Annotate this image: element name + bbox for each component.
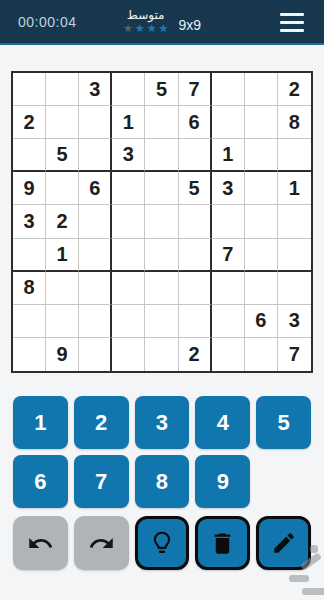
cell-r2c9[interactable]: 8 (278, 106, 311, 139)
sudoku-app: 00:00:04 متوسط ★★★★ 9x9 3572216853196531… (0, 0, 324, 600)
undo-arrow-icon (27, 530, 54, 557)
digit-7-button[interactable]: 7 (74, 455, 129, 508)
cell-r1c6[interactable]: 7 (179, 73, 212, 106)
cell-r9c8[interactable] (245, 338, 278, 371)
cell-r3c1[interactable] (13, 139, 46, 172)
cell-r5c7[interactable] (212, 205, 245, 238)
digit-4-button[interactable]: 4 (195, 396, 250, 449)
cell-r1c2[interactable] (46, 73, 79, 106)
cell-r5c5[interactable] (145, 205, 178, 238)
cell-r9c2[interactable]: 9 (46, 338, 79, 371)
cell-r8c9[interactable]: 3 (278, 305, 311, 338)
cell-r7c1[interactable]: 8 (13, 272, 46, 305)
cell-r7c7[interactable] (212, 272, 245, 305)
cell-r1c9[interactable]: 2 (278, 73, 311, 106)
cell-r2c7[interactable] (212, 106, 245, 139)
cell-r4c6[interactable]: 5 (179, 172, 212, 205)
cell-r8c8[interactable]: 6 (245, 305, 278, 338)
cell-r4c2[interactable] (46, 172, 79, 205)
cell-r9c6[interactable]: 2 (179, 338, 212, 371)
number-keypad: 123456789 (13, 396, 311, 508)
cell-r7c3[interactable] (79, 272, 112, 305)
watermark-logo (282, 542, 324, 600)
cell-r6c3[interactable] (79, 239, 112, 272)
cell-r2c1[interactable]: 2 (13, 106, 46, 139)
cell-r5c3[interactable] (79, 205, 112, 238)
star-icon: ★ (147, 23, 157, 34)
hint-button[interactable] (135, 516, 190, 570)
cell-r2c8[interactable] (245, 106, 278, 139)
cell-r1c1[interactable] (13, 73, 46, 106)
cell-r7c4[interactable] (112, 272, 145, 305)
cell-r6c2[interactable]: 1 (46, 239, 79, 272)
grid-size-label: 9x9 (178, 17, 201, 33)
cell-r2c6[interactable]: 6 (179, 106, 212, 139)
star-icon: ★ (135, 23, 145, 34)
cell-r3c4[interactable]: 3 (112, 139, 145, 172)
keypad-row: 12345 (13, 396, 311, 449)
cell-r7c8[interactable] (245, 272, 278, 305)
difficulty-block: متوسط ★★★★ (123, 9, 169, 34)
cell-r5c9[interactable] (278, 205, 311, 238)
cell-r8c3[interactable] (79, 305, 112, 338)
cell-r2c5[interactable] (145, 106, 178, 139)
cell-r3c3[interactable] (79, 139, 112, 172)
keypad-row: 6789 (13, 455, 311, 508)
cell-r2c2[interactable] (46, 106, 79, 139)
cell-r8c2[interactable] (46, 305, 79, 338)
lightbulb-icon (148, 529, 176, 557)
star-icon: ★ (159, 23, 169, 34)
difficulty-label: متوسط (127, 9, 165, 21)
cell-r9c7[interactable] (212, 338, 245, 371)
trash-icon (209, 530, 236, 557)
cell-r7c6[interactable] (179, 272, 212, 305)
cell-r4c4[interactable] (112, 172, 145, 205)
undo-button[interactable] (13, 516, 68, 570)
cell-r3c8[interactable] (245, 139, 278, 172)
cell-r4c8[interactable] (245, 172, 278, 205)
redo-button[interactable] (74, 516, 129, 570)
action-bar (13, 516, 311, 570)
digit-9-button[interactable]: 9 (195, 455, 250, 508)
cell-r6c7[interactable]: 7 (212, 239, 245, 272)
cell-r5c8[interactable] (245, 205, 278, 238)
cell-r8c1[interactable] (13, 305, 46, 338)
cell-r3c7[interactable]: 1 (212, 139, 245, 172)
cell-r7c2[interactable] (46, 272, 79, 305)
cell-r5c6[interactable] (179, 205, 212, 238)
cell-r5c4[interactable] (112, 205, 145, 238)
cell-r9c4[interactable] (112, 338, 145, 371)
cell-r6c6[interactable] (179, 239, 212, 272)
cell-r4c3[interactable]: 6 (79, 172, 112, 205)
cell-r8c7[interactable] (212, 305, 245, 338)
cell-r3c2[interactable]: 5 (46, 139, 79, 172)
digit-3-button[interactable]: 3 (135, 396, 190, 449)
hamburger-icon[interactable] (280, 13, 304, 32)
cell-r4c7[interactable]: 3 (212, 172, 245, 205)
cell-r5c2[interactable]: 2 (46, 205, 79, 238)
cell-r2c3[interactable] (79, 106, 112, 139)
cell-r9c9[interactable]: 7 (278, 338, 311, 371)
cell-r1c5[interactable]: 5 (145, 73, 178, 106)
cell-r9c5[interactable] (145, 338, 178, 371)
star-icon: ★ (123, 23, 133, 34)
cell-r6c4[interactable] (112, 239, 145, 272)
cell-r8c4[interactable] (112, 305, 145, 338)
digit-2-button[interactable]: 2 (74, 396, 129, 449)
cell-r7c5[interactable] (145, 272, 178, 305)
cell-r6c1[interactable] (13, 239, 46, 272)
cell-r8c5[interactable] (145, 305, 178, 338)
digit-6-button[interactable]: 6 (13, 455, 68, 508)
cell-r6c5[interactable] (145, 239, 178, 272)
cell-r4c1[interactable]: 9 (13, 172, 46, 205)
cell-r2c4[interactable]: 1 (112, 106, 145, 139)
cell-r4c9[interactable]: 1 (278, 172, 311, 205)
cell-r1c7[interactable] (212, 73, 245, 106)
delete-button[interactable] (195, 516, 250, 570)
timer: 00:00:04 (18, 14, 77, 30)
digit-1-button[interactable]: 1 (13, 396, 68, 449)
cell-r4c5[interactable] (145, 172, 178, 205)
cell-r1c4[interactable] (112, 73, 145, 106)
digit-8-button[interactable]: 8 (135, 455, 190, 508)
top-bar: 00:00:04 متوسط ★★★★ 9x9 (0, 0, 324, 45)
cell-r6c8[interactable] (245, 239, 278, 272)
cell-r3c9[interactable] (278, 139, 311, 172)
cell-r3c5[interactable] (145, 139, 178, 172)
cell-r5c1[interactable]: 3 (13, 205, 46, 238)
cell-r1c3[interactable]: 3 (79, 73, 112, 106)
redo-arrow-icon (88, 530, 115, 557)
cell-r6c9[interactable] (278, 239, 311, 272)
cell-r9c3[interactable] (79, 338, 112, 371)
cell-r7c9[interactable] (278, 272, 311, 305)
cell-r9c1[interactable] (13, 338, 46, 371)
difficulty-stars: ★★★★ (123, 23, 169, 34)
cell-r1c8[interactable] (245, 73, 278, 106)
sudoku-board: 35722168531965313217863927 (11, 71, 313, 373)
cell-r3c6[interactable] (179, 139, 212, 172)
cell-r8c6[interactable] (179, 305, 212, 338)
digit-5-button[interactable]: 5 (256, 396, 311, 449)
